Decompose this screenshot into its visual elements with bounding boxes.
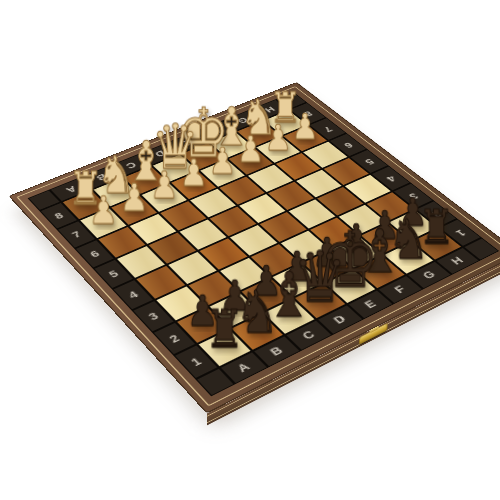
chess-set-photo: ABCDEFGH8877665544332211ABCDEFGH ♜♞♝♛♚♝♞… [0, 0, 500, 500]
chess-board: ABCDEFGH8877665544332211ABCDEFGH ♜♞♝♛♚♝♞… [8, 82, 500, 414]
